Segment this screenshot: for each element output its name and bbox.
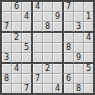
given-digit: 7 xyxy=(35,74,40,83)
cell-r6c2[interactable] xyxy=(12,53,22,64)
cell-r3c5[interactable]: 8 xyxy=(43,22,53,33)
cell-r2c2[interactable] xyxy=(12,12,22,22)
given-digit: 4 xyxy=(86,33,91,42)
given-digit: 7 xyxy=(66,2,71,11)
given-digit: 8 xyxy=(66,43,71,52)
cell-r9c9[interactable] xyxy=(84,84,93,93)
cell-r8c7[interactable]: 6 xyxy=(64,74,74,84)
cell-r4c3[interactable] xyxy=(22,33,33,43)
cell-r8c4[interactable]: 7 xyxy=(33,74,43,84)
cell-r6c1[interactable]: 3 xyxy=(2,53,12,64)
cell-r5c6[interactable] xyxy=(53,43,64,53)
cell-r4c7[interactable] xyxy=(64,33,74,43)
cell-r1c4[interactable]: 4 xyxy=(33,2,43,12)
cell-r4c1[interactable] xyxy=(2,33,12,43)
cell-r7c8[interactable] xyxy=(74,64,84,74)
cell-r4c9[interactable]: 4 xyxy=(84,33,93,43)
given-digit: 4 xyxy=(24,12,29,21)
cell-r5c5[interactable] xyxy=(43,43,53,53)
cell-r3c1[interactable]: 7 xyxy=(2,22,12,33)
cell-r2c3[interactable]: 4 xyxy=(22,12,33,22)
cell-r5c7[interactable]: 8 xyxy=(64,43,74,53)
cell-r1c3[interactable] xyxy=(22,2,33,12)
cell-r6c5[interactable] xyxy=(43,53,53,64)
cell-r6c3[interactable] xyxy=(22,53,33,64)
cell-r1c1[interactable] xyxy=(2,2,12,12)
cell-r1c7[interactable]: 7 xyxy=(64,2,74,12)
cell-r8c6[interactable] xyxy=(53,74,64,84)
given-digit: 3 xyxy=(76,22,81,31)
cell-r7c3[interactable] xyxy=(22,64,33,74)
given-digit: 7 xyxy=(24,84,29,93)
cell-r9c4[interactable] xyxy=(33,84,43,93)
cell-r5c9[interactable] xyxy=(84,43,93,53)
cell-r5c3[interactable]: 5 xyxy=(22,43,33,53)
cell-r4c4[interactable] xyxy=(33,33,43,43)
cell-r7c5[interactable]: 2 xyxy=(43,64,53,74)
cell-r4c2[interactable]: 2 xyxy=(12,33,22,43)
given-digit: 5 xyxy=(86,64,91,73)
cell-r2c1[interactable] xyxy=(2,12,12,22)
cell-r1c9[interactable] xyxy=(84,2,93,12)
cell-r6c6[interactable] xyxy=(53,53,64,64)
given-digit: 2 xyxy=(45,64,50,73)
cell-r1c2[interactable]: 6 xyxy=(12,2,22,12)
given-digit: 2 xyxy=(14,33,19,42)
given-digit: 8 xyxy=(45,22,50,31)
cell-r8c5[interactable] xyxy=(43,74,53,84)
cell-r8c2[interactable] xyxy=(12,74,22,84)
cell-r3c9[interactable] xyxy=(84,22,93,33)
given-digit: 9 xyxy=(55,12,60,21)
cell-r1c6[interactable] xyxy=(53,2,64,12)
given-digit: 6 xyxy=(66,74,71,83)
cell-r4c5[interactable] xyxy=(43,33,53,43)
given-digit: 8 xyxy=(4,74,9,83)
cell-r8c1[interactable]: 8 xyxy=(2,74,12,84)
cell-r6c7[interactable] xyxy=(64,53,74,64)
cell-r4c8[interactable] xyxy=(74,33,84,43)
cell-r7c2[interactable]: 4 xyxy=(12,64,22,74)
cell-r8c9[interactable] xyxy=(84,74,93,84)
cell-r1c8[interactable] xyxy=(74,2,84,12)
cell-r2c4[interactable] xyxy=(33,12,43,22)
given-digit: 3 xyxy=(4,53,9,62)
cell-r2c5[interactable] xyxy=(43,12,53,22)
cell-r2c9[interactable]: 1 xyxy=(84,12,93,22)
cell-r9c8[interactable]: 8 xyxy=(74,84,84,93)
cell-r1c5[interactable] xyxy=(43,2,53,12)
given-digit: 1 xyxy=(86,12,91,21)
cell-r3c6[interactable] xyxy=(53,22,64,33)
given-digit: 9 xyxy=(76,53,81,62)
given-digit: 7 xyxy=(4,22,9,31)
cell-r7c1[interactable] xyxy=(2,64,12,74)
cell-r6c8[interactable]: 9 xyxy=(74,53,84,64)
cell-r5c1[interactable] xyxy=(2,43,12,53)
cell-r9c1[interactable] xyxy=(2,84,12,93)
cell-r7c6[interactable] xyxy=(53,64,64,74)
cell-r9c5[interactable] xyxy=(43,84,53,93)
cell-r7c7[interactable] xyxy=(64,64,74,74)
cell-r3c7[interactable] xyxy=(64,22,74,33)
cell-r8c8[interactable] xyxy=(74,74,84,84)
cell-r7c4[interactable] xyxy=(33,64,43,74)
given-digit: 4 xyxy=(55,84,60,93)
cell-r2c7[interactable] xyxy=(64,12,74,22)
sudoku-board: 647491783245839425876748 xyxy=(0,0,95,95)
cell-r9c7[interactable] xyxy=(64,84,74,93)
given-digit: 6 xyxy=(14,2,19,11)
cell-r5c2[interactable] xyxy=(12,43,22,53)
cell-r3c4[interactable] xyxy=(33,22,43,33)
cell-r3c3[interactable] xyxy=(22,22,33,33)
cell-r5c8[interactable] xyxy=(74,43,84,53)
given-digit: 5 xyxy=(24,43,29,52)
given-digit: 8 xyxy=(76,84,81,93)
cell-r2c6[interactable]: 9 xyxy=(53,12,64,22)
given-digit: 4 xyxy=(35,2,40,11)
cell-r6c4[interactable] xyxy=(33,53,43,64)
cell-r5c4[interactable] xyxy=(33,43,43,53)
cell-r2c8[interactable] xyxy=(74,12,84,22)
cell-r4c6[interactable] xyxy=(53,33,64,43)
cell-r9c6[interactable]: 4 xyxy=(53,84,64,93)
cell-r7c9[interactable]: 5 xyxy=(84,64,93,74)
cell-r9c3[interactable]: 7 xyxy=(22,84,33,93)
cell-r6c9[interactable] xyxy=(84,53,93,64)
cell-r3c8[interactable]: 3 xyxy=(74,22,84,33)
cell-r9c2[interactable] xyxy=(12,84,22,93)
cell-r8c3[interactable] xyxy=(22,74,33,84)
cell-r3c2[interactable] xyxy=(12,22,22,33)
given-digit: 4 xyxy=(14,64,19,73)
